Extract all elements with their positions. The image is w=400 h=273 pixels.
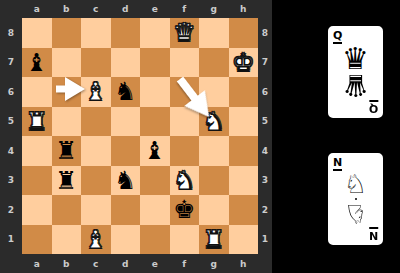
square-h4[interactable]	[229, 136, 259, 166]
square-d1[interactable]	[111, 225, 141, 255]
rank-label-1: 1	[258, 225, 272, 255]
black-rook[interactable]: ♜	[55, 166, 77, 196]
square-d7[interactable]	[111, 48, 141, 78]
square-e3[interactable]	[140, 166, 170, 196]
white-knight[interactable]: ♞	[203, 107, 225, 137]
square-e5[interactable]	[140, 107, 170, 137]
black-king[interactable]: ♚	[173, 195, 195, 225]
square-g1[interactable]: ♜	[199, 225, 229, 255]
square-b5[interactable]	[52, 107, 82, 137]
square-b4[interactable]: ♜	[52, 136, 82, 166]
file-label-e: e	[140, 254, 170, 273]
rank-label-7: 7	[0, 48, 22, 78]
square-d5[interactable]	[111, 107, 141, 137]
file-label-f: f	[170, 254, 200, 273]
square-a3[interactable]	[22, 166, 52, 196]
card-letter: Q	[369, 100, 378, 114]
rank-label-4: 4	[258, 136, 272, 166]
rank-label-8: 8	[258, 18, 272, 48]
black-knight[interactable]: ♞	[114, 77, 136, 107]
square-e2[interactable]	[140, 195, 170, 225]
file-label-h: h	[229, 254, 259, 273]
rank-label-7: 7	[258, 48, 272, 78]
card-knight[interactable]: N ♘ ♘ N	[326, 151, 385, 247]
file-label-c: c	[81, 254, 111, 273]
square-c1[interactable]: ♝	[81, 225, 111, 255]
square-b1[interactable]	[52, 225, 82, 255]
square-e7[interactable]	[140, 48, 170, 78]
white-queen[interactable]: ♛	[173, 18, 195, 48]
square-g7[interactable]	[199, 48, 229, 78]
card-letter: N	[369, 227, 378, 241]
square-c6[interactable]: ♝	[81, 77, 111, 107]
square-b2[interactable]	[52, 195, 82, 225]
square-b7[interactable]	[52, 48, 82, 78]
rank-label-8: 8	[0, 18, 22, 48]
square-a1[interactable]	[22, 225, 52, 255]
square-g2[interactable]	[199, 195, 229, 225]
square-a4[interactable]	[22, 136, 52, 166]
square-g5[interactable]: ♞	[199, 107, 229, 137]
rank-label-5: 5	[258, 107, 272, 137]
square-f4[interactable]	[170, 136, 200, 166]
square-a5[interactable]: ♜	[22, 107, 52, 137]
square-e1[interactable]	[140, 225, 170, 255]
square-h1[interactable]	[229, 225, 259, 255]
file-label-g: g	[199, 0, 229, 18]
square-h6[interactable]	[229, 77, 259, 107]
square-h5[interactable]	[229, 107, 259, 137]
square-f6[interactable]	[170, 77, 200, 107]
square-e4[interactable]: ♝	[140, 136, 170, 166]
square-g3[interactable]	[199, 166, 229, 196]
rank-label-3: 3	[0, 166, 22, 196]
white-knight[interactable]: ♞	[173, 166, 195, 196]
rank-label-2: 2	[258, 195, 272, 225]
file-label-h: h	[229, 0, 259, 18]
file-label-a: a	[22, 0, 52, 18]
square-f3[interactable]: ♞	[170, 166, 200, 196]
file-label-d: d	[111, 254, 141, 273]
square-e8[interactable]	[140, 18, 170, 48]
square-h3[interactable]	[229, 166, 259, 196]
square-c4[interactable]	[81, 136, 111, 166]
rank-label-6: 6	[0, 77, 22, 107]
square-g4[interactable]	[199, 136, 229, 166]
square-f2[interactable]: ♚	[170, 195, 200, 225]
file-labels-bottom: abcdefgh	[22, 254, 258, 273]
square-b6[interactable]	[52, 77, 82, 107]
knight-icon-flipped: ♘	[344, 202, 367, 226]
square-g8[interactable]	[199, 18, 229, 48]
square-f1[interactable]	[170, 225, 200, 255]
square-a8[interactable]	[22, 18, 52, 48]
rank-labels-left: 87654321	[0, 18, 22, 254]
square-g6[interactable]	[199, 77, 229, 107]
square-b3[interactable]: ♜	[52, 166, 82, 196]
white-rook[interactable]: ♜	[203, 225, 225, 255]
square-a6[interactable]	[22, 77, 52, 107]
square-a7[interactable]: ♝	[22, 48, 52, 78]
square-c8[interactable]	[81, 18, 111, 48]
file-label-g: g	[199, 254, 229, 273]
file-label-b: b	[52, 254, 82, 273]
square-c2[interactable]	[81, 195, 111, 225]
black-bishop[interactable]: ♝	[26, 48, 48, 78]
square-d2[interactable]	[111, 195, 141, 225]
file-label-d: d	[111, 0, 141, 18]
card-queen[interactable]: Q ♛ ♛ Q	[326, 24, 385, 120]
rank-labels-right: 87654321	[258, 18, 272, 254]
white-bishop[interactable]: ♝	[85, 77, 107, 107]
file-labels-top: abcdefgh	[22, 0, 258, 18]
file-label-b: b	[52, 0, 82, 18]
board-squares: ♛♝♚♝♞♜♞♜♝♜♞♞♚♝♜	[22, 18, 258, 254]
square-c7[interactable]	[81, 48, 111, 78]
file-label-c: c	[81, 0, 111, 18]
card-index-bottom-right: Q	[369, 100, 378, 114]
square-d6[interactable]: ♞	[111, 77, 141, 107]
white-bishop[interactable]: ♝	[85, 225, 107, 255]
white-rook[interactable]: ♜	[26, 107, 48, 137]
square-f5[interactable]	[170, 107, 200, 137]
square-h7[interactable]: ♚	[229, 48, 259, 78]
square-h8[interactable]	[229, 18, 259, 48]
queen-icon-flipped: ♛	[342, 72, 369, 98]
card-index-bottom-right: N	[369, 227, 378, 241]
white-king[interactable]: ♚	[232, 48, 254, 78]
file-label-a: a	[22, 254, 52, 273]
square-a2[interactable]	[22, 195, 52, 225]
square-b8[interactable]	[52, 18, 82, 48]
square-d8[interactable]	[111, 18, 141, 48]
square-d4[interactable]	[111, 136, 141, 166]
black-bishop[interactable]: ♝	[144, 136, 166, 166]
rank-label-2: 2	[0, 195, 22, 225]
rank-label-5: 5	[0, 107, 22, 137]
black-rook[interactable]: ♜	[55, 136, 77, 166]
square-d3[interactable]: ♞	[111, 166, 141, 196]
square-c5[interactable]	[81, 107, 111, 137]
square-h2[interactable]	[229, 195, 259, 225]
square-f7[interactable]	[170, 48, 200, 78]
knight-icon: ♘	[344, 172, 367, 196]
chess-board: abcdefgh abcdefgh 87654321 87654321 ♛♝♚♝…	[0, 0, 272, 273]
file-label-f: f	[170, 0, 200, 18]
square-f8[interactable]: ♛	[170, 18, 200, 48]
black-knight[interactable]: ♞	[114, 166, 136, 196]
file-label-e: e	[140, 0, 170, 18]
square-c3[interactable]	[81, 166, 111, 196]
square-e6[interactable]	[140, 77, 170, 107]
rank-label-4: 4	[0, 136, 22, 166]
rank-label-1: 1	[0, 225, 22, 255]
rank-label-6: 6	[258, 77, 272, 107]
rank-label-3: 3	[258, 166, 272, 196]
